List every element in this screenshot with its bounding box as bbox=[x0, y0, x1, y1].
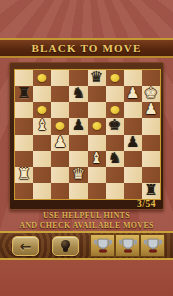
square-a6[interactable] bbox=[15, 102, 33, 118]
square-c4[interactable]: ♟ bbox=[51, 135, 69, 151]
bottom-toolbar: ← bbox=[0, 231, 173, 260]
square-c2[interactable] bbox=[51, 167, 69, 183]
square-g4[interactable]: ♟ bbox=[124, 135, 142, 151]
trophy-bar bbox=[90, 234, 165, 257]
piece-white-pawn: ♟ bbox=[124, 86, 142, 101]
square-g5[interactable] bbox=[124, 118, 142, 134]
square-d8[interactable] bbox=[69, 70, 87, 86]
square-g3[interactable] bbox=[124, 151, 142, 167]
square-h4[interactable] bbox=[142, 135, 160, 151]
status-banner: BLACK TO MOVE bbox=[0, 38, 173, 58]
square-a3[interactable] bbox=[15, 151, 33, 167]
piece-black-knight: ♞ bbox=[69, 86, 87, 101]
square-f2[interactable] bbox=[106, 167, 124, 183]
square-d1[interactable] bbox=[69, 183, 87, 199]
square-b2[interactable] bbox=[33, 167, 51, 183]
piece-white-queen: ♛ bbox=[69, 167, 87, 182]
square-c7[interactable] bbox=[51, 86, 69, 102]
square-f5[interactable]: ♚ bbox=[106, 118, 124, 134]
hint-message: USE HELPFUL HINTS AND CHECK AVAILABLE MO… bbox=[0, 211, 173, 230]
app-screen: BLACK TO MOVE ♛♜♞♟♚♟♝♟♚♟♟♝♞♜♛♜ 3/54 USE … bbox=[0, 0, 173, 296]
square-e4[interactable] bbox=[88, 135, 106, 151]
square-a4[interactable] bbox=[15, 135, 33, 151]
square-a8[interactable] bbox=[15, 70, 33, 86]
square-f8[interactable] bbox=[106, 70, 124, 86]
background-strip bbox=[0, 260, 173, 296]
square-b8[interactable] bbox=[33, 70, 51, 86]
piece-white-pawn: ♟ bbox=[142, 102, 160, 117]
square-d6[interactable] bbox=[69, 102, 87, 118]
square-h8[interactable] bbox=[142, 70, 160, 86]
square-h2[interactable] bbox=[142, 167, 160, 183]
back-arrow-icon: ← bbox=[20, 239, 32, 253]
piece-black-rook: ♜ bbox=[15, 86, 33, 101]
piece-black-knight: ♞ bbox=[106, 151, 124, 166]
move-hint-dot[interactable] bbox=[38, 74, 47, 82]
square-f7[interactable] bbox=[106, 86, 124, 102]
square-c6[interactable] bbox=[51, 102, 69, 118]
turn-indicator-text: BLACK TO MOVE bbox=[32, 42, 142, 54]
square-e8[interactable]: ♛ bbox=[88, 70, 106, 86]
square-h3[interactable] bbox=[142, 151, 160, 167]
square-d7[interactable]: ♞ bbox=[69, 86, 87, 102]
square-e6[interactable] bbox=[88, 102, 106, 118]
piece-black-king: ♚ bbox=[106, 118, 124, 133]
square-b1[interactable] bbox=[33, 183, 51, 199]
square-e7[interactable] bbox=[88, 86, 106, 102]
square-d4[interactable] bbox=[69, 135, 87, 151]
piece-white-rook: ♜ bbox=[15, 167, 33, 182]
square-e1[interactable] bbox=[88, 183, 106, 199]
piece-white-bishop: ♝ bbox=[33, 118, 51, 133]
move-hint-dot[interactable] bbox=[110, 106, 119, 114]
square-e3[interactable]: ♝ bbox=[88, 151, 106, 167]
square-g8[interactable] bbox=[124, 70, 142, 86]
piece-black-rook: ♜ bbox=[142, 183, 160, 198]
chess-board[interactable]: ♛♜♞♟♚♟♝♟♚♟♟♝♞♜♛♜ bbox=[14, 69, 161, 200]
move-hint-dot[interactable] bbox=[56, 122, 65, 130]
piece-black-queen: ♛ bbox=[88, 70, 106, 85]
move-hint-dot[interactable] bbox=[38, 106, 47, 114]
square-g7[interactable]: ♟ bbox=[124, 86, 142, 102]
square-a5[interactable] bbox=[15, 118, 33, 134]
square-f1[interactable] bbox=[106, 183, 124, 199]
trophy-icon[interactable] bbox=[90, 234, 115, 257]
chess-board-frame: ♛♜♞♟♚♟♝♟♚♟♟♝♞♜♛♜ 3/54 bbox=[9, 62, 164, 210]
move-hint-dot[interactable] bbox=[92, 122, 101, 130]
square-f6[interactable] bbox=[106, 102, 124, 118]
square-b7[interactable] bbox=[33, 86, 51, 102]
square-h1[interactable]: ♜ bbox=[142, 183, 160, 199]
square-b4[interactable] bbox=[33, 135, 51, 151]
square-c1[interactable] bbox=[51, 183, 69, 199]
back-button[interactable]: ← bbox=[12, 236, 39, 256]
hint-message-line2: AND CHECK AVAILABLE MOVES bbox=[0, 221, 173, 231]
square-g1[interactable] bbox=[124, 183, 142, 199]
square-c3[interactable] bbox=[51, 151, 69, 167]
square-f3[interactable]: ♞ bbox=[106, 151, 124, 167]
square-c8[interactable] bbox=[51, 70, 69, 86]
square-b6[interactable] bbox=[33, 102, 51, 118]
square-a1[interactable] bbox=[15, 183, 33, 199]
move-hint-dot[interactable] bbox=[110, 74, 119, 82]
square-h5[interactable] bbox=[142, 118, 160, 134]
square-a2[interactable]: ♜ bbox=[15, 167, 33, 183]
square-d2[interactable]: ♛ bbox=[69, 167, 87, 183]
piece-black-pawn: ♟ bbox=[124, 134, 142, 149]
hint-button[interactable] bbox=[52, 236, 79, 256]
square-g2[interactable] bbox=[124, 167, 142, 183]
square-f4[interactable] bbox=[106, 135, 124, 151]
lightbulb-icon bbox=[61, 240, 70, 252]
square-g6[interactable] bbox=[124, 102, 142, 118]
piece-white-king: ♚ bbox=[142, 86, 160, 101]
square-d3[interactable] bbox=[69, 151, 87, 167]
trophy-icon[interactable] bbox=[115, 234, 140, 257]
square-a7[interactable]: ♜ bbox=[15, 86, 33, 102]
square-b5[interactable]: ♝ bbox=[33, 118, 51, 134]
hint-message-line1: USE HELPFUL HINTS bbox=[0, 211, 173, 221]
piece-white-bishop: ♝ bbox=[88, 151, 106, 166]
square-e2[interactable] bbox=[88, 167, 106, 183]
square-h7[interactable]: ♚ bbox=[142, 86, 160, 102]
square-e5[interactable] bbox=[88, 118, 106, 134]
trophy-icon[interactable] bbox=[140, 234, 165, 257]
square-b3[interactable] bbox=[33, 151, 51, 167]
square-c5[interactable] bbox=[51, 118, 69, 134]
puzzle-counter: 3/54 bbox=[137, 199, 156, 209]
square-d5[interactable]: ♟ bbox=[69, 118, 87, 134]
piece-white-pawn: ♟ bbox=[51, 134, 69, 149]
square-h6[interactable]: ♟ bbox=[142, 102, 160, 118]
piece-black-pawn: ♟ bbox=[69, 118, 87, 133]
